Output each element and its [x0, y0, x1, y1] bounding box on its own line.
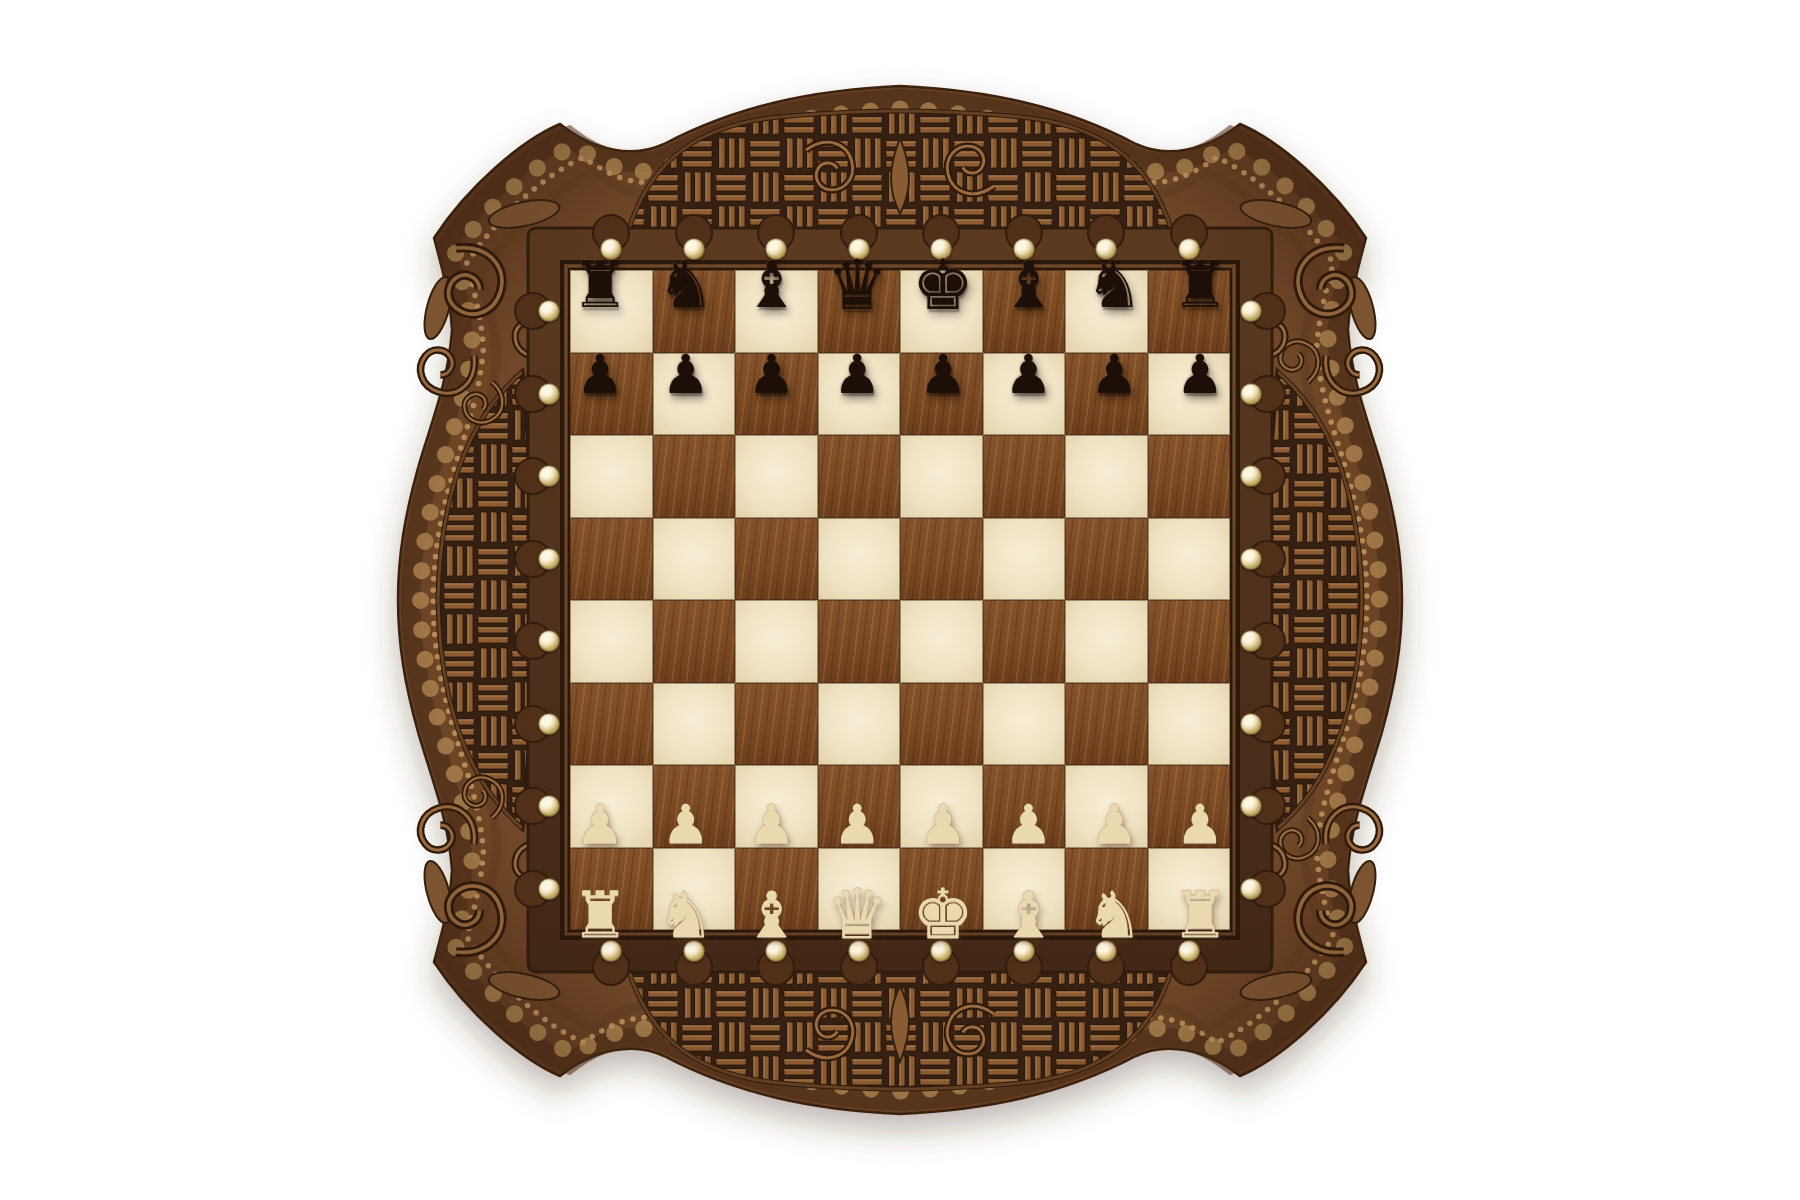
square-a2[interactable]: ♟ [570, 765, 653, 848]
black-bishop[interactable]: ♝ [743, 253, 800, 317]
square-b4[interactable] [653, 600, 736, 683]
white-bishop[interactable]: ♝ [1000, 883, 1057, 947]
square-g5[interactable] [1065, 518, 1148, 601]
square-e4[interactable] [900, 600, 983, 683]
square-h2[interactable]: ♟ [1148, 765, 1231, 848]
brass-screw [1240, 548, 1262, 570]
black-queen[interactable]: ♛ [826, 250, 888, 319]
square-g6[interactable] [1065, 435, 1148, 518]
square-f8[interactable]: ♝ [983, 270, 1066, 353]
square-g3[interactable] [1065, 683, 1148, 766]
white-pawn[interactable]: ♟ [1090, 798, 1138, 852]
brass-screw [1240, 383, 1262, 405]
square-b6[interactable] [653, 435, 736, 518]
carved-chess-board-photo: ♜♞♝♛♚♝♞♜♟♟♟♟♟♟♟♟♟♟♟♟♟♟♟♟♜♞♝♛♚♝♞♜ [0, 0, 1800, 1200]
square-e3[interactable] [900, 683, 983, 766]
square-c4[interactable] [735, 600, 818, 683]
black-pawn[interactable]: ♟ [1176, 348, 1224, 402]
square-d5[interactable] [818, 518, 901, 601]
square-a5[interactable] [570, 518, 653, 601]
square-g1[interactable]: ♞ [1065, 848, 1148, 931]
square-d7[interactable]: ♟ [818, 353, 901, 436]
white-queen[interactable]: ♛ [826, 881, 888, 950]
white-pawn[interactable]: ♟ [747, 798, 795, 852]
square-h3[interactable] [1148, 683, 1231, 766]
square-e5[interactable] [900, 518, 983, 601]
square-d2[interactable]: ♟ [818, 765, 901, 848]
square-e7[interactable]: ♟ [900, 353, 983, 436]
brass-screw [538, 383, 560, 405]
square-e1[interactable]: ♚ [900, 848, 983, 931]
white-rook[interactable]: ♜ [1171, 883, 1228, 947]
brass-screw [538, 878, 560, 900]
square-c6[interactable] [735, 435, 818, 518]
square-h5[interactable] [1148, 518, 1231, 601]
square-g7[interactable]: ♟ [1065, 353, 1148, 436]
white-pawn[interactable]: ♟ [1176, 798, 1224, 852]
brass-screw [538, 548, 560, 570]
square-h8[interactable]: ♜ [1148, 270, 1231, 353]
square-b1[interactable]: ♞ [653, 848, 736, 931]
square-f3[interactable] [983, 683, 1066, 766]
square-c1[interactable]: ♝ [735, 848, 818, 931]
square-f1[interactable]: ♝ [983, 848, 1066, 931]
square-d6[interactable] [818, 435, 901, 518]
black-pawn[interactable]: ♟ [576, 348, 624, 402]
black-bishop[interactable]: ♝ [1000, 253, 1057, 317]
square-g4[interactable] [1065, 600, 1148, 683]
white-pawn[interactable]: ♟ [919, 798, 967, 852]
white-rook[interactable]: ♜ [571, 883, 628, 947]
square-b2[interactable]: ♟ [653, 765, 736, 848]
brass-screw [1240, 878, 1262, 900]
square-f7[interactable]: ♟ [983, 353, 1066, 436]
black-pawn[interactable]: ♟ [1090, 348, 1138, 402]
square-b8[interactable]: ♞ [653, 270, 736, 353]
white-knight[interactable]: ♞ [1086, 883, 1143, 947]
black-knight[interactable]: ♞ [657, 253, 714, 317]
square-g8[interactable]: ♞ [1065, 270, 1148, 353]
square-d1[interactable]: ♛ [818, 848, 901, 931]
white-king[interactable]: ♚ [912, 881, 974, 950]
square-d3[interactable] [818, 683, 901, 766]
square-f5[interactable] [983, 518, 1066, 601]
square-c8[interactable]: ♝ [735, 270, 818, 353]
brass-screw [1240, 713, 1262, 735]
chess-field: ♜♞♝♛♚♝♞♜♟♟♟♟♟♟♟♟♟♟♟♟♟♟♟♟♜♞♝♛♚♝♞♜ [570, 270, 1230, 930]
square-h6[interactable] [1148, 435, 1231, 518]
white-bishop[interactable]: ♝ [743, 883, 800, 947]
black-pawn[interactable]: ♟ [919, 348, 967, 402]
black-pawn[interactable]: ♟ [833, 348, 881, 402]
square-a4[interactable] [570, 600, 653, 683]
white-pawn[interactable]: ♟ [1004, 798, 1052, 852]
square-c7[interactable]: ♟ [735, 353, 818, 436]
square-h1[interactable]: ♜ [1148, 848, 1231, 931]
square-a7[interactable]: ♟ [570, 353, 653, 436]
black-rook[interactable]: ♜ [1171, 253, 1228, 317]
black-pawn[interactable]: ♟ [747, 348, 795, 402]
square-d4[interactable] [818, 600, 901, 683]
square-f6[interactable] [983, 435, 1066, 518]
square-c5[interactable] [735, 518, 818, 601]
square-e6[interactable] [900, 435, 983, 518]
square-a6[interactable] [570, 435, 653, 518]
white-pawn[interactable]: ♟ [576, 798, 624, 852]
square-e8[interactable]: ♚ [900, 270, 983, 353]
black-pawn[interactable]: ♟ [1004, 348, 1052, 402]
square-f4[interactable] [983, 600, 1066, 683]
black-knight[interactable]: ♞ [1086, 253, 1143, 317]
square-h7[interactable]: ♟ [1148, 353, 1231, 436]
square-c3[interactable] [735, 683, 818, 766]
square-a1[interactable]: ♜ [570, 848, 653, 931]
square-c2[interactable]: ♟ [735, 765, 818, 848]
square-a3[interactable] [570, 683, 653, 766]
white-knight[interactable]: ♞ [657, 883, 714, 947]
square-a8[interactable]: ♜ [570, 270, 653, 353]
square-g2[interactable]: ♟ [1065, 765, 1148, 848]
square-b7[interactable]: ♟ [653, 353, 736, 436]
square-b5[interactable] [653, 518, 736, 601]
square-d8[interactable]: ♛ [818, 270, 901, 353]
black-pawn[interactable]: ♟ [662, 348, 710, 402]
square-h4[interactable] [1148, 600, 1231, 683]
square-e2[interactable]: ♟ [900, 765, 983, 848]
square-f2[interactable]: ♟ [983, 765, 1066, 848]
square-b3[interactable] [653, 683, 736, 766]
black-rook[interactable]: ♜ [571, 253, 628, 317]
white-pawn[interactable]: ♟ [662, 798, 710, 852]
brass-screw [538, 713, 560, 735]
black-king[interactable]: ♚ [912, 250, 974, 319]
white-pawn[interactable]: ♟ [833, 798, 881, 852]
